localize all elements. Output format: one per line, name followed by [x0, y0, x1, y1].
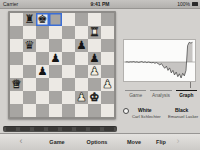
square-d7[interactable]: [49, 26, 62, 39]
black-side-label: Black: [175, 107, 188, 113]
square-g4[interactable]: ♟: [88, 65, 101, 78]
square-f6[interactable]: ♟: [75, 39, 88, 52]
square-d6[interactable]: [49, 39, 62, 52]
square-d5[interactable]: ♟: [49, 52, 62, 65]
square-a8[interactable]: [10, 13, 23, 26]
app-screen: Carrier 9:41 PM 100% ♜♚♜♛♟♟♟♟♟♛♟♟♚ Game …: [0, 0, 200, 150]
evaluation-graph[interactable]: [123, 39, 196, 82]
square-f7[interactable]: [75, 26, 88, 39]
square-e3[interactable]: [62, 78, 75, 91]
piece-bp-c4: ♟: [36, 65, 49, 78]
status-bar: Carrier 9:41 PM 100%: [0, 0, 200, 9]
square-e1[interactable]: [62, 104, 75, 117]
piece-bp-g5: ♟: [88, 52, 101, 65]
square-d4[interactable]: [49, 65, 62, 78]
tab-analysis[interactable]: Analysis: [150, 90, 171, 98]
square-f4[interactable]: [75, 65, 88, 78]
piece-bq-b6: ♛: [23, 39, 36, 52]
piece-wp-g4: ♟: [88, 65, 101, 78]
tray-slot: [34, 127, 44, 131]
white-to-move-indicator: [123, 108, 129, 114]
square-e8[interactable]: [62, 13, 75, 26]
tray-slot: [48, 127, 58, 131]
square-b6[interactable]: ♛: [23, 39, 36, 52]
battery-icon: [192, 2, 198, 6]
square-a1[interactable]: [10, 104, 23, 117]
bottom-toolbar: ‹ Game Options Move Flip ›: [0, 133, 200, 150]
square-b2[interactable]: [23, 91, 36, 104]
toolbar-game-button[interactable]: Game: [49, 139, 64, 145]
square-c3[interactable]: [36, 78, 49, 91]
square-f3[interactable]: [75, 78, 88, 91]
square-h2[interactable]: [101, 91, 114, 104]
piece-br-b8: ♜: [23, 13, 36, 26]
captured-pieces-tray: [3, 126, 117, 132]
piece-wq-a3: ♛: [10, 78, 23, 91]
square-e2[interactable]: [62, 91, 75, 104]
square-e5[interactable]: [62, 52, 75, 65]
square-c2[interactable]: [36, 91, 49, 104]
square-b7[interactable]: [23, 26, 36, 39]
square-d3[interactable]: [49, 78, 62, 91]
square-h5[interactable]: [101, 52, 114, 65]
piece-wr-g7: ♜: [88, 26, 101, 39]
square-a7[interactable]: [10, 26, 23, 39]
square-f1[interactable]: [75, 104, 88, 117]
tray-slot: [62, 127, 72, 131]
tray-slot: [20, 127, 30, 131]
chess-board[interactable]: ♜♚♜♛♟♟♟♟♟♛♟♟♚: [10, 13, 114, 117]
square-e6[interactable]: [62, 39, 75, 52]
piece-wk-g2: ♚: [88, 91, 101, 104]
square-h8[interactable]: [101, 13, 114, 26]
battery-percent: 100%: [177, 1, 190, 7]
square-c6[interactable]: [36, 39, 49, 52]
tray-slot: [104, 127, 114, 131]
square-b1[interactable]: [23, 104, 36, 117]
square-g2[interactable]: ♚: [88, 91, 101, 104]
square-c7[interactable]: [36, 26, 49, 39]
square-g3[interactable]: [88, 78, 101, 91]
square-d1[interactable]: [49, 104, 62, 117]
square-f8[interactable]: [75, 13, 88, 26]
piece-wp-h3: ♟: [101, 78, 114, 91]
square-a2[interactable]: [10, 91, 23, 104]
toolbar-flip-button[interactable]: Flip: [156, 139, 166, 145]
square-g1[interactable]: [88, 104, 101, 117]
square-e7[interactable]: [62, 26, 75, 39]
square-h3[interactable]: ♟: [101, 78, 114, 91]
black-player-name: Emanuel Lasker: [168, 114, 198, 119]
square-h4[interactable]: [101, 65, 114, 78]
clock: 9:41 PM: [0, 1, 200, 7]
square-a4[interactable]: [10, 65, 23, 78]
square-f2[interactable]: ♟: [75, 91, 88, 104]
piece-bp-f6: ♟: [75, 39, 88, 52]
forward-chevron-icon[interactable]: ›: [177, 137, 180, 146]
piece-bp-d5: ♟: [49, 52, 62, 65]
square-b4[interactable]: [23, 65, 36, 78]
square-g7[interactable]: ♜: [88, 26, 101, 39]
square-b3[interactable]: [23, 78, 36, 91]
tray-slot: [6, 127, 16, 131]
square-e4[interactable]: [62, 65, 75, 78]
square-d2[interactable]: [49, 91, 62, 104]
toolbar-move-button[interactable]: Move: [127, 139, 141, 145]
square-g5[interactable]: ♟: [88, 52, 101, 65]
square-a3[interactable]: ♛: [10, 78, 23, 91]
square-b8[interactable]: ♜: [23, 13, 36, 26]
players-panel: White Carl Schlechter Black Emanuel Lask…: [120, 105, 198, 123]
square-a6[interactable]: [10, 39, 23, 52]
square-f5[interactable]: [75, 52, 88, 65]
square-c8[interactable]: ♚: [36, 13, 49, 26]
white-player-name: Carl Schlechter: [132, 114, 161, 119]
back-chevron-icon[interactable]: ‹: [20, 137, 23, 146]
square-d8[interactable]: [49, 13, 62, 26]
square-c4[interactable]: ♟: [36, 65, 49, 78]
chess-board-frame: ♜♚♜♛♟♟♟♟♟♛♟♟♚: [8, 11, 116, 119]
square-c1[interactable]: [36, 104, 49, 117]
evaluation-curve: [124, 40, 195, 81]
view-tabs: Game Analysis Graph: [125, 90, 197, 98]
square-b5[interactable]: [23, 52, 36, 65]
tab-graph[interactable]: Graph: [176, 90, 197, 98]
toolbar-options-button[interactable]: Options: [87, 139, 108, 145]
piece-wp-f2: ♟: [75, 91, 88, 104]
white-side-label: White: [138, 107, 152, 113]
square-a5[interactable]: [10, 52, 23, 65]
square-g8[interactable]: [88, 13, 101, 26]
square-h1[interactable]: [101, 104, 114, 117]
square-c5[interactable]: [36, 52, 49, 65]
square-g6[interactable]: [88, 39, 101, 52]
square-h6[interactable]: [101, 39, 114, 52]
tab-game[interactable]: Game: [125, 90, 146, 98]
tray-slot: [76, 127, 86, 131]
current-move-marker: [190, 82, 191, 88]
piece-bk-c8: ♚: [36, 13, 49, 26]
tray-slot: [90, 127, 100, 131]
square-h7[interactable]: [101, 26, 114, 39]
